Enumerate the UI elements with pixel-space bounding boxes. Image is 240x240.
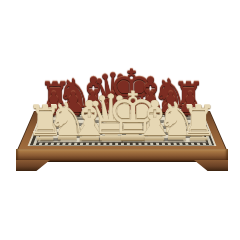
piece-plinth [190,136,207,141]
piece-cream-r-h1[interactable]: ♜ [180,107,217,141]
pieces-layer: ♜♞♝♛♚♝♞♜♟♟♟♟♟♟♟♟♟♟♟♟♟♟♟♟♜♞♝♛♚♝♞♜ [0,0,240,240]
chess-set-product-photo: ♜♞♝♛♚♝♞♜♟♟♟♟♟♟♟♟♟♟♟♟♟♟♟♟♜♞♝♛♚♝♞♜ [0,0,240,240]
piece-glyph: ♜ [180,107,217,137]
